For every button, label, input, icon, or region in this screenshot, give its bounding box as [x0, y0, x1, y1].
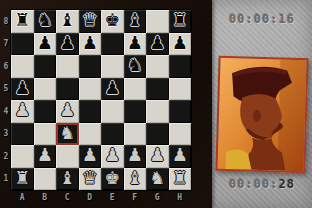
file-label: B: [34, 191, 57, 204]
white-pawn: ♟: [104, 146, 120, 164]
white-pawn: ♟: [127, 146, 143, 164]
rank-label: 4: [1, 100, 11, 123]
white-pawn: ♟: [149, 146, 165, 164]
black-pawn: ♟: [127, 34, 143, 52]
square-h7[interactable]: ♟: [169, 33, 192, 56]
chess-board-frame: 87654321 ♜♞♝♛♚♝♜♟♟♟♟♟♟♞♟♟♟♟♞♟♟♟♟♟♟♜♝♛♚♝♞…: [0, 0, 212, 208]
square-f6[interactable]: ♞: [124, 55, 147, 78]
file-label: A: [11, 191, 34, 204]
square-d4[interactable]: [79, 100, 102, 123]
square-c6[interactable]: [56, 55, 79, 78]
white-knight: ♞: [149, 169, 165, 187]
white-knight: ♞: [59, 124, 75, 142]
white-clock-seconds: 28: [278, 177, 294, 191]
square-h6[interactable]: [169, 55, 192, 78]
square-a6[interactable]: [11, 55, 34, 78]
square-e5[interactable]: ♟: [101, 78, 124, 101]
square-c2[interactable]: [56, 145, 79, 168]
square-h4[interactable]: [169, 100, 192, 123]
black-queen: ♛: [82, 11, 98, 29]
black-bishop: ♝: [59, 11, 75, 29]
board-grid[interactable]: ♜♞♝♛♚♝♜♟♟♟♟♟♟♞♟♟♟♟♞♟♟♟♟♟♟♜♝♛♚♝♞♜: [11, 10, 191, 190]
white-pawn: ♟: [172, 146, 188, 164]
square-f2[interactable]: ♟: [124, 145, 147, 168]
rank-label: 6: [1, 55, 11, 78]
rank-label: 8: [1, 10, 11, 33]
square-b3[interactable]: [34, 123, 57, 146]
square-h3[interactable]: [169, 123, 192, 146]
opponent-portrait-art: [217, 58, 306, 171]
square-e3[interactable]: [101, 123, 124, 146]
black-bishop: ♝: [127, 11, 143, 29]
square-b4[interactable]: [34, 100, 57, 123]
square-f8[interactable]: ♝: [124, 10, 147, 33]
square-h5[interactable]: [169, 78, 192, 101]
square-c8[interactable]: ♝: [56, 10, 79, 33]
black-rook: ♜: [14, 11, 30, 29]
black-clock-time: 00:00:: [229, 12, 278, 26]
square-a5[interactable]: ♟: [11, 78, 34, 101]
black-king: ♚: [104, 11, 120, 29]
square-a8[interactable]: ♜: [11, 10, 34, 33]
square-d2[interactable]: ♟: [79, 145, 102, 168]
black-pawn: ♟: [14, 79, 30, 97]
square-b7[interactable]: ♟: [34, 33, 57, 56]
game-screen: 87654321 ♜♞♝♛♚♝♜♟♟♟♟♟♟♞♟♟♟♟♞♟♟♟♟♟♟♜♝♛♚♝♞…: [0, 0, 312, 208]
square-e2[interactable]: ♟: [101, 145, 124, 168]
square-d3[interactable]: [79, 123, 102, 146]
square-c3[interactable]: ♞: [56, 123, 79, 146]
rank-labels: 87654321: [1, 10, 11, 190]
black-pawn: ♟: [82, 34, 98, 52]
square-c4[interactable]: ♟: [56, 100, 79, 123]
black-clock: 00:00:16: [217, 12, 307, 26]
square-b5[interactable]: [34, 78, 57, 101]
square-d6[interactable]: [79, 55, 102, 78]
square-a4[interactable]: ♟: [11, 100, 34, 123]
square-b6[interactable]: [34, 55, 57, 78]
white-bishop: ♝: [59, 169, 75, 187]
white-bishop: ♝: [127, 169, 143, 187]
square-a1[interactable]: ♜: [11, 168, 34, 191]
black-pawn: ♟: [37, 34, 53, 52]
white-rook: ♜: [14, 169, 30, 187]
square-c7[interactable]: ♟: [56, 33, 79, 56]
black-pawn: ♟: [172, 34, 188, 52]
white-clock: 00:00:28: [217, 177, 307, 191]
square-b8[interactable]: ♞: [34, 10, 57, 33]
file-label: D: [79, 191, 102, 204]
rank-label: 1: [1, 168, 11, 191]
white-king: ♚: [104, 169, 120, 187]
file-label: F: [124, 191, 147, 204]
square-g8[interactable]: [146, 10, 169, 33]
file-label: C: [56, 191, 79, 204]
square-g5[interactable]: [146, 78, 169, 101]
square-c1[interactable]: ♝: [56, 168, 79, 191]
square-e7[interactable]: [101, 33, 124, 56]
square-e6[interactable]: [101, 55, 124, 78]
white-pawn: ♟: [37, 146, 53, 164]
square-h8[interactable]: ♜: [169, 10, 192, 33]
white-pawn: ♟: [82, 146, 98, 164]
square-g4[interactable]: [146, 100, 169, 123]
white-queen: ♛: [82, 169, 98, 187]
white-clock-time: 00:00:: [229, 177, 278, 191]
black-knight: ♞: [37, 11, 53, 29]
square-c5[interactable]: [56, 78, 79, 101]
square-e1[interactable]: ♚: [101, 168, 124, 191]
rank-label: 5: [1, 78, 11, 101]
black-rook: ♜: [172, 11, 188, 29]
white-rook: ♜: [172, 169, 188, 187]
square-f7[interactable]: ♟: [124, 33, 147, 56]
square-d1[interactable]: ♛: [79, 168, 102, 191]
square-d5[interactable]: [79, 78, 102, 101]
square-e4[interactable]: [101, 100, 124, 123]
square-f3[interactable]: [124, 123, 147, 146]
file-labels: ABCDEFGH: [11, 191, 191, 204]
square-e8[interactable]: ♚: [101, 10, 124, 33]
white-pawn: ♟: [59, 101, 75, 119]
square-f5[interactable]: [124, 78, 147, 101]
square-g2[interactable]: ♟: [146, 145, 169, 168]
file-label: E: [101, 191, 124, 204]
black-knight: ♞: [127, 56, 143, 74]
file-label: G: [146, 191, 169, 204]
square-b2[interactable]: ♟: [34, 145, 57, 168]
square-b1[interactable]: [34, 168, 57, 191]
black-pawn: ♟: [104, 79, 120, 97]
black-clock-seconds: 16: [278, 12, 294, 26]
square-g1[interactable]: ♞: [146, 168, 169, 191]
square-a7[interactable]: [11, 33, 34, 56]
square-f4[interactable]: [124, 100, 147, 123]
square-a3[interactable]: [11, 123, 34, 146]
square-h1[interactable]: ♜: [169, 168, 192, 191]
rank-label: 3: [1, 123, 11, 146]
file-label: H: [169, 191, 192, 204]
square-g7[interactable]: ♟: [146, 33, 169, 56]
square-d8[interactable]: ♛: [79, 10, 102, 33]
black-pawn: ♟: [59, 34, 75, 52]
rank-label: 2: [1, 145, 11, 168]
square-f1[interactable]: ♝: [124, 168, 147, 191]
square-h2[interactable]: ♟: [169, 145, 192, 168]
square-g3[interactable]: [146, 123, 169, 146]
opponent-portrait: [215, 56, 308, 173]
white-pawn: ♟: [14, 101, 30, 119]
square-a2[interactable]: [11, 145, 34, 168]
rank-label: 7: [1, 33, 11, 56]
black-pawn: ♟: [149, 34, 165, 52]
square-d7[interactable]: ♟: [79, 33, 102, 56]
square-g6[interactable]: [146, 55, 169, 78]
